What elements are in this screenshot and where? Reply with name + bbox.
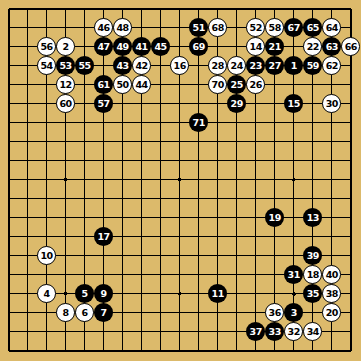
stone-white-40[interactable]: 40 bbox=[322, 265, 341, 284]
stone-black-11[interactable]: 11 bbox=[208, 284, 227, 303]
stone-white-36[interactable]: 36 bbox=[265, 303, 284, 322]
stone-white-54[interactable]: 54 bbox=[37, 56, 56, 75]
stone-black-47[interactable]: 47 bbox=[94, 37, 113, 56]
stone-white-12[interactable]: 12 bbox=[56, 75, 75, 94]
go-board[interactable]: 1234567891011121314151617181920212223242… bbox=[0, 0, 361, 361]
stone-white-2[interactable]: 2 bbox=[56, 37, 75, 56]
stone-black-33[interactable]: 33 bbox=[265, 322, 284, 341]
stone-white-56[interactable]: 56 bbox=[37, 37, 56, 56]
stone-black-43[interactable]: 43 bbox=[113, 56, 132, 75]
stone-black-55[interactable]: 55 bbox=[75, 56, 94, 75]
stone-white-18[interactable]: 18 bbox=[303, 265, 322, 284]
stone-black-63[interactable]: 63 bbox=[322, 37, 341, 56]
stone-white-4[interactable]: 4 bbox=[37, 284, 56, 303]
stone-white-60[interactable]: 60 bbox=[56, 94, 75, 113]
stone-white-24[interactable]: 24 bbox=[227, 56, 246, 75]
stone-white-64[interactable]: 64 bbox=[322, 18, 341, 37]
stone-black-3[interactable]: 3 bbox=[284, 303, 303, 322]
stone-white-52[interactable]: 52 bbox=[246, 18, 265, 37]
stone-black-65[interactable]: 65 bbox=[303, 18, 322, 37]
stone-black-13[interactable]: 13 bbox=[303, 208, 322, 227]
stone-black-59[interactable]: 59 bbox=[303, 56, 322, 75]
stone-black-15[interactable]: 15 bbox=[284, 94, 303, 113]
stone-black-21[interactable]: 21 bbox=[265, 37, 284, 56]
stone-white-8[interactable]: 8 bbox=[56, 303, 75, 322]
stone-black-7[interactable]: 7 bbox=[94, 303, 113, 322]
stone-black-41[interactable]: 41 bbox=[132, 37, 151, 56]
stone-white-22[interactable]: 22 bbox=[303, 37, 322, 56]
stone-black-35[interactable]: 35 bbox=[303, 284, 322, 303]
stone-white-68[interactable]: 68 bbox=[208, 18, 227, 37]
stone-white-38[interactable]: 38 bbox=[322, 284, 341, 303]
stone-white-70[interactable]: 70 bbox=[208, 75, 227, 94]
stone-black-27[interactable]: 27 bbox=[265, 56, 284, 75]
stone-black-39[interactable]: 39 bbox=[303, 246, 322, 265]
stone-white-14[interactable]: 14 bbox=[246, 37, 265, 56]
stone-black-71[interactable]: 71 bbox=[189, 113, 208, 132]
stone-white-48[interactable]: 48 bbox=[113, 18, 132, 37]
stone-white-62[interactable]: 62 bbox=[322, 56, 341, 75]
stone-black-19[interactable]: 19 bbox=[265, 208, 284, 227]
stone-black-57[interactable]: 57 bbox=[94, 94, 113, 113]
stones-layer: 1234567891011121314151617181920212223242… bbox=[0, 0, 360, 360]
stone-black-67[interactable]: 67 bbox=[284, 18, 303, 37]
stone-white-6[interactable]: 6 bbox=[75, 303, 94, 322]
stone-white-30[interactable]: 30 bbox=[322, 94, 341, 113]
stone-white-10[interactable]: 10 bbox=[37, 246, 56, 265]
stone-white-50[interactable]: 50 bbox=[113, 75, 132, 94]
stone-white-34[interactable]: 34 bbox=[303, 322, 322, 341]
stone-black-25[interactable]: 25 bbox=[227, 75, 246, 94]
stone-white-66[interactable]: 66 bbox=[341, 37, 360, 56]
stone-white-58[interactable]: 58 bbox=[265, 18, 284, 37]
stone-white-28[interactable]: 28 bbox=[208, 56, 227, 75]
stone-black-61[interactable]: 61 bbox=[94, 75, 113, 94]
stone-black-69[interactable]: 69 bbox=[189, 37, 208, 56]
stone-black-37[interactable]: 37 bbox=[246, 322, 265, 341]
stone-white-16[interactable]: 16 bbox=[170, 56, 189, 75]
stone-black-5[interactable]: 5 bbox=[75, 284, 94, 303]
stone-black-49[interactable]: 49 bbox=[113, 37, 132, 56]
stone-white-44[interactable]: 44 bbox=[132, 75, 151, 94]
stone-black-23[interactable]: 23 bbox=[246, 56, 265, 75]
stone-white-26[interactable]: 26 bbox=[246, 75, 265, 94]
stone-black-51[interactable]: 51 bbox=[189, 18, 208, 37]
stone-white-42[interactable]: 42 bbox=[132, 56, 151, 75]
stone-black-1[interactable]: 1 bbox=[284, 56, 303, 75]
stone-black-29[interactable]: 29 bbox=[227, 94, 246, 113]
stone-white-32[interactable]: 32 bbox=[284, 322, 303, 341]
stone-black-17[interactable]: 17 bbox=[94, 227, 113, 246]
stone-black-45[interactable]: 45 bbox=[151, 37, 170, 56]
stone-white-20[interactable]: 20 bbox=[322, 303, 341, 322]
stone-black-9[interactable]: 9 bbox=[94, 284, 113, 303]
stone-white-46[interactable]: 46 bbox=[94, 18, 113, 37]
stone-black-31[interactable]: 31 bbox=[284, 265, 303, 284]
stone-black-53[interactable]: 53 bbox=[56, 56, 75, 75]
